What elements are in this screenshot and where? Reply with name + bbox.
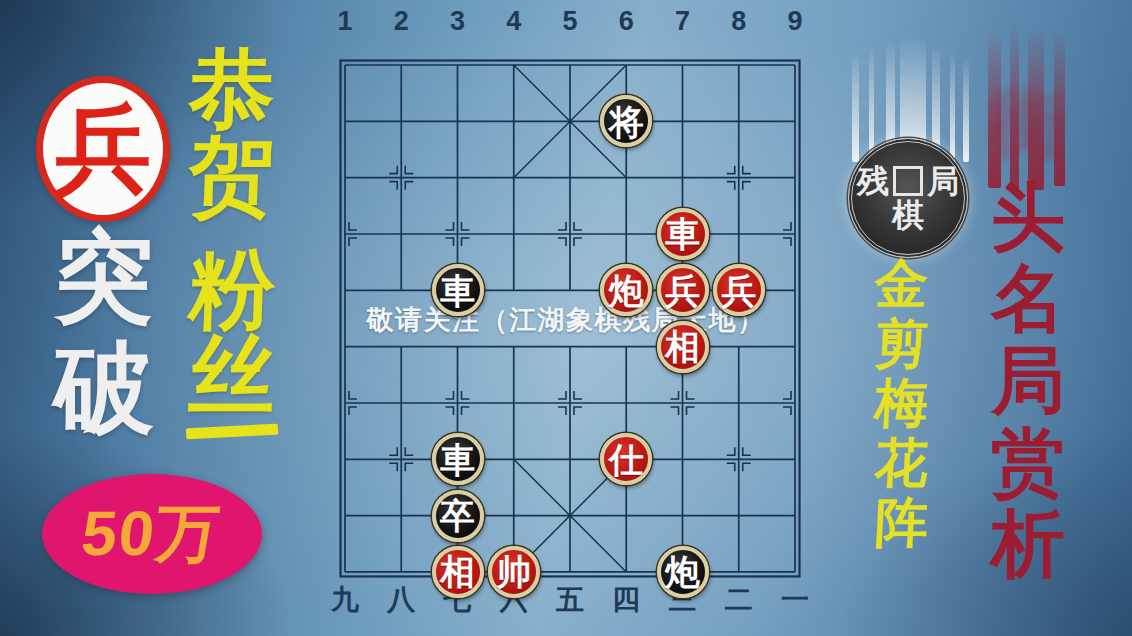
subhead-char-0: 突 — [54, 226, 154, 326]
title-char-0: 街 — [991, 86, 1065, 164]
gray-streak-0 — [852, 52, 859, 162]
piece-red-elephant[interactable]: 相 — [432, 546, 484, 598]
series-char-4: 阵 — [873, 495, 929, 551]
piece-black-pawn[interactable]: 卒 — [432, 490, 484, 542]
headline-congrats-fans: 恭贺粉丝 — [184, 46, 280, 437]
file-labels-top: 123456789 — [317, 6, 823, 37]
series-char-0: 金 — [873, 256, 929, 312]
title-char-5: 析 — [991, 506, 1065, 584]
seal-char-right: 局 — [927, 165, 959, 197]
pawn-badge-char: 兵 — [55, 101, 151, 197]
piece-black-chariot[interactable]: 車 — [432, 264, 484, 316]
pawn-badge: 兵 — [36, 76, 170, 222]
piece-black-chariot[interactable]: 車 — [432, 433, 484, 485]
series-char-3: 花 — [873, 435, 929, 491]
series-char-1: 剪 — [873, 316, 929, 372]
file-label-top-0: 1 — [317, 6, 373, 37]
title-char-3: 局 — [991, 343, 1065, 421]
piece-red-elephant[interactable]: 相 — [657, 321, 709, 373]
seal-char-bottom: 棋 — [892, 199, 924, 231]
channel-seal: 残 局 棋 — [848, 138, 968, 258]
piece-black-general[interactable]: 将 — [600, 95, 652, 147]
title-char-4: 赏 — [991, 425, 1065, 503]
headline-char-0: 恭 — [187, 46, 276, 132]
file-label-top-3: 4 — [486, 6, 542, 37]
fans-count-badge: 50万 — [42, 474, 262, 594]
subhead-char-1: 破 — [54, 338, 154, 438]
headline-char-2: 粉 — [187, 246, 276, 332]
piece-red-cannon[interactable]: 炮 — [600, 264, 652, 316]
piece-red-chariot[interactable]: 車 — [657, 208, 709, 260]
piece-red-advisor[interactable]: 仕 — [600, 433, 652, 485]
piece-red-general[interactable]: 帅 — [488, 546, 540, 598]
file-label-top-8: 9 — [767, 6, 823, 37]
file-label-top-2: 3 — [429, 6, 485, 37]
headline-breakthrough: 突破 — [48, 226, 160, 438]
title-char-1: 头 — [991, 180, 1065, 258]
series-title: 金剪梅花阵 — [866, 256, 936, 550]
series-char-2: 梅 — [873, 375, 929, 431]
file-label-top-4: 5 — [542, 6, 598, 37]
piece-red-pawn[interactable]: 兵 — [657, 264, 709, 316]
piece-black-cannon[interactable]: 炮 — [657, 546, 709, 598]
title-char-2: 名 — [991, 261, 1065, 339]
fans-count-text: 50万 — [78, 491, 226, 577]
gray-streak-1 — [869, 46, 874, 164]
channel-title: 街头名局赏析 — [982, 86, 1074, 584]
headline-underline — [186, 424, 278, 440]
headline-char-1: 贺 — [187, 132, 276, 218]
headline-char-3: 丝 — [187, 332, 276, 418]
file-label-top-5: 6 — [598, 6, 654, 37]
file-label-top-7: 8 — [711, 6, 767, 37]
piece-red-pawn[interactable]: 兵 — [713, 264, 765, 316]
gray-streak-5 — [950, 50, 955, 164]
thumbnail-canvas: 兵 恭贺粉丝 突破 50万 123456789 敬请关注（江湖象棋残局天地） 将… — [0, 0, 1132, 636]
file-label-top-1: 2 — [373, 6, 429, 37]
file-label-top-6: 7 — [654, 6, 710, 37]
pieces-grid: 将車車炮兵兵相車仕卒相帅炮 — [317, 37, 823, 600]
seal-top-row: 残 局 — [857, 165, 959, 197]
coin-hole-icon — [893, 166, 923, 196]
seal-char-left: 残 — [857, 165, 889, 197]
gray-streak-6 — [963, 56, 969, 162]
